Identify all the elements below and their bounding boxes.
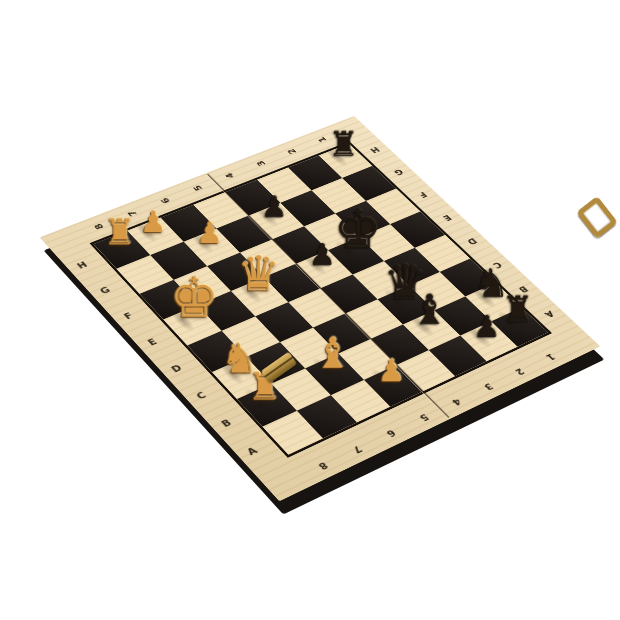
white-pawn-glyph: ♟ — [370, 355, 412, 386]
white-king-glyph: ♚ — [169, 271, 211, 326]
brass-clasp-icon — [576, 196, 618, 239]
black-pawn-glyph: ♟ — [466, 312, 507, 342]
black-bishop-b3[interactable]: ♝ — [403, 310, 460, 350]
photo-stage: HH11GG22FF33EE44DD55CC66BB77AA88 ♜♟♚♟♟♟♞… — [0, 0, 620, 620]
black-bishop-glyph: ♝ — [409, 290, 450, 331]
white-bishop-b6[interactable]: ♝ — [305, 353, 364, 395]
white-rook-glyph: ♜ — [99, 214, 140, 250]
white-pawn-a5[interactable]: ♟ — [364, 365, 423, 407]
black-rook-glyph: ♜ — [324, 128, 363, 162]
white-rook-b8[interactable]: ♜ — [237, 384, 297, 427]
chess-board: HH11GG22FF33EE44DD55CC66BB77AA88 ♜♟♚♟♟♟♞… — [40, 116, 601, 501]
white-king-e8[interactable]: ♚ — [163, 305, 221, 345]
black-pawn-glyph: ♟ — [302, 240, 343, 270]
black-pawn-g4[interactable]: ♟ — [249, 203, 304, 240]
white-queen-glyph: ♛ — [237, 249, 278, 297]
white-queen-e6[interactable]: ♛ — [231, 277, 288, 316]
black-rook-h1[interactable]: ♜ — [319, 144, 373, 178]
pieces-layer: ♜♟♚♟♟♟♞♜♛♜♛♝♟♚♝♟♞♜ — [40, 116, 601, 501]
white-rook-h8[interactable]: ♜ — [93, 231, 150, 269]
black-pawn-glyph: ♟ — [255, 193, 295, 222]
white-bishop-glyph: ♝ — [311, 333, 353, 375]
white-pawn-glyph: ♟ — [190, 218, 231, 248]
